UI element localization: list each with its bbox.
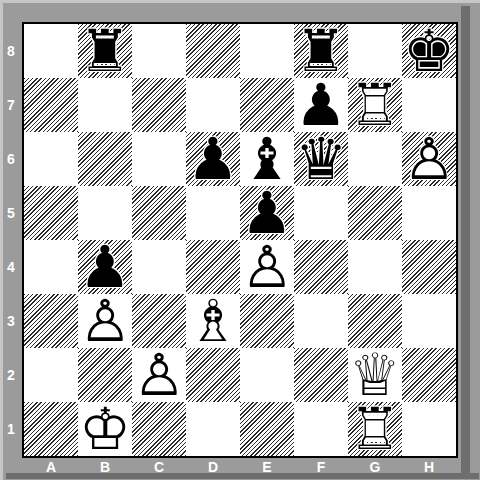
black-pawn-glyph: ♟ [187, 125, 239, 193]
white-rook: ♜♖ [348, 402, 402, 456]
square-g5[interactable] [348, 186, 402, 240]
square-d8[interactable] [186, 24, 240, 78]
square-d1[interactable] [186, 402, 240, 456]
square-h3[interactable] [402, 294, 456, 348]
rank-label-2: 2 [0, 348, 22, 402]
rank-label-6: 6 [0, 132, 22, 186]
square-a8[interactable] [24, 24, 78, 78]
black-bishop: ♝ [240, 132, 294, 186]
white-pawn-glyph: ♙ [133, 341, 185, 409]
white-pawn: ♟♙ [240, 240, 294, 294]
file-label-h: H [402, 458, 456, 475]
square-h2[interactable] [402, 348, 456, 402]
square-c1[interactable] [132, 402, 186, 456]
square-g4[interactable] [348, 240, 402, 294]
file-label-c: C [132, 458, 186, 475]
square-c5[interactable] [132, 186, 186, 240]
square-g7[interactable]: ♜♖ [348, 78, 402, 132]
square-c2[interactable]: ♟♙ [132, 348, 186, 402]
square-h4[interactable] [402, 240, 456, 294]
black-queen-glyph: ♛ [295, 125, 347, 193]
rank-labels: 87654321 [0, 24, 22, 456]
square-h5[interactable] [402, 186, 456, 240]
black-rook: ♜ [78, 24, 132, 78]
square-a2[interactable] [24, 348, 78, 402]
square-h8[interactable]: ♚ [402, 24, 456, 78]
black-rook-glyph: ♜ [79, 17, 131, 85]
square-f2[interactable] [294, 348, 348, 402]
square-g1[interactable]: ♜♖ [348, 402, 402, 456]
black-king-glyph: ♚ [403, 17, 455, 85]
square-e1[interactable] [240, 402, 294, 456]
square-e7[interactable] [240, 78, 294, 132]
square-h1[interactable] [402, 402, 456, 456]
square-d2[interactable] [186, 348, 240, 402]
square-f1[interactable] [294, 402, 348, 456]
square-c3[interactable] [132, 294, 186, 348]
square-d6[interactable]: ♟ [186, 132, 240, 186]
black-rook: ♜ [294, 24, 348, 78]
file-label-e: E [240, 458, 294, 475]
square-g8[interactable] [348, 24, 402, 78]
square-b4[interactable]: ♟ [78, 240, 132, 294]
white-rook: ♜♖ [348, 78, 402, 132]
frame-highlight-top [0, 0, 480, 3]
file-label-a: A [24, 458, 78, 475]
square-b3[interactable]: ♟♙ [78, 294, 132, 348]
square-b7[interactable] [78, 78, 132, 132]
square-a5[interactable] [24, 186, 78, 240]
rank-label-1: 1 [0, 402, 22, 456]
square-g6[interactable] [348, 132, 402, 186]
square-b8[interactable]: ♜ [78, 24, 132, 78]
square-e6[interactable]: ♝ [240, 132, 294, 186]
white-king-glyph: ♔ [79, 395, 131, 463]
square-e4[interactable]: ♟♙ [240, 240, 294, 294]
square-a6[interactable] [24, 132, 78, 186]
white-pawn-glyph: ♙ [403, 125, 455, 193]
square-h6[interactable]: ♟♙ [402, 132, 456, 186]
square-h7[interactable] [402, 78, 456, 132]
frame-shadow-right [461, 6, 470, 479]
white-pawn: ♟♙ [402, 132, 456, 186]
square-b1[interactable]: ♚♔ [78, 402, 132, 456]
square-f5[interactable] [294, 186, 348, 240]
board-frame: 87654321 ABCDEFGH ♜♜♚♟♜♖♟♝♛♟♙♟♟♟♙♟♙♝♗♟♙♛… [0, 0, 480, 480]
square-a3[interactable] [24, 294, 78, 348]
square-d5[interactable] [186, 186, 240, 240]
rank-label-7: 7 [0, 78, 22, 132]
white-pawn: ♟♙ [132, 348, 186, 402]
square-b6[interactable] [78, 132, 132, 186]
black-queen: ♛ [294, 132, 348, 186]
file-label-f: F [294, 458, 348, 475]
white-rook-glyph: ♖ [349, 71, 401, 139]
white-rook-glyph: ♖ [349, 395, 401, 463]
square-d7[interactable] [186, 78, 240, 132]
white-bishop: ♝♗ [186, 294, 240, 348]
square-f4[interactable] [294, 240, 348, 294]
square-a1[interactable] [24, 402, 78, 456]
rank-label-4: 4 [0, 240, 22, 294]
square-b5[interactable] [78, 186, 132, 240]
square-f7[interactable]: ♟ [294, 78, 348, 132]
square-c7[interactable] [132, 78, 186, 132]
square-c6[interactable] [132, 132, 186, 186]
black-pawn: ♟ [240, 186, 294, 240]
square-e5[interactable]: ♟ [240, 186, 294, 240]
square-e3[interactable] [240, 294, 294, 348]
chess-board: ♜♜♚♟♜♖♟♝♛♟♙♟♟♟♙♟♙♝♗♟♙♛♕♚♔♜♖ [22, 22, 458, 458]
square-g2[interactable]: ♛♕ [348, 348, 402, 402]
square-g3[interactable] [348, 294, 402, 348]
black-king: ♚ [402, 24, 456, 78]
square-d3[interactable]: ♝♗ [186, 294, 240, 348]
black-pawn: ♟ [186, 132, 240, 186]
white-queen: ♛♕ [348, 348, 402, 402]
square-e2[interactable] [240, 348, 294, 402]
white-pawn: ♟♙ [78, 294, 132, 348]
white-pawn-glyph: ♙ [241, 233, 293, 301]
square-b2[interactable] [78, 348, 132, 402]
square-d4[interactable] [186, 240, 240, 294]
square-c8[interactable] [132, 24, 186, 78]
square-c4[interactable] [132, 240, 186, 294]
square-a7[interactable] [24, 78, 78, 132]
square-a4[interactable] [24, 240, 78, 294]
square-f6[interactable]: ♛ [294, 132, 348, 186]
white-pawn-glyph: ♙ [79, 287, 131, 355]
black-pawn: ♟ [78, 240, 132, 294]
rank-label-5: 5 [0, 186, 22, 240]
white-king: ♚♔ [78, 402, 132, 456]
square-f3[interactable] [294, 294, 348, 348]
file-label-d: D [186, 458, 240, 475]
rank-label-8: 8 [0, 24, 22, 78]
black-pawn: ♟ [294, 78, 348, 132]
square-e8[interactable] [240, 24, 294, 78]
white-bishop-glyph: ♗ [187, 287, 239, 355]
rank-label-3: 3 [0, 294, 22, 348]
square-f8[interactable]: ♜ [294, 24, 348, 78]
